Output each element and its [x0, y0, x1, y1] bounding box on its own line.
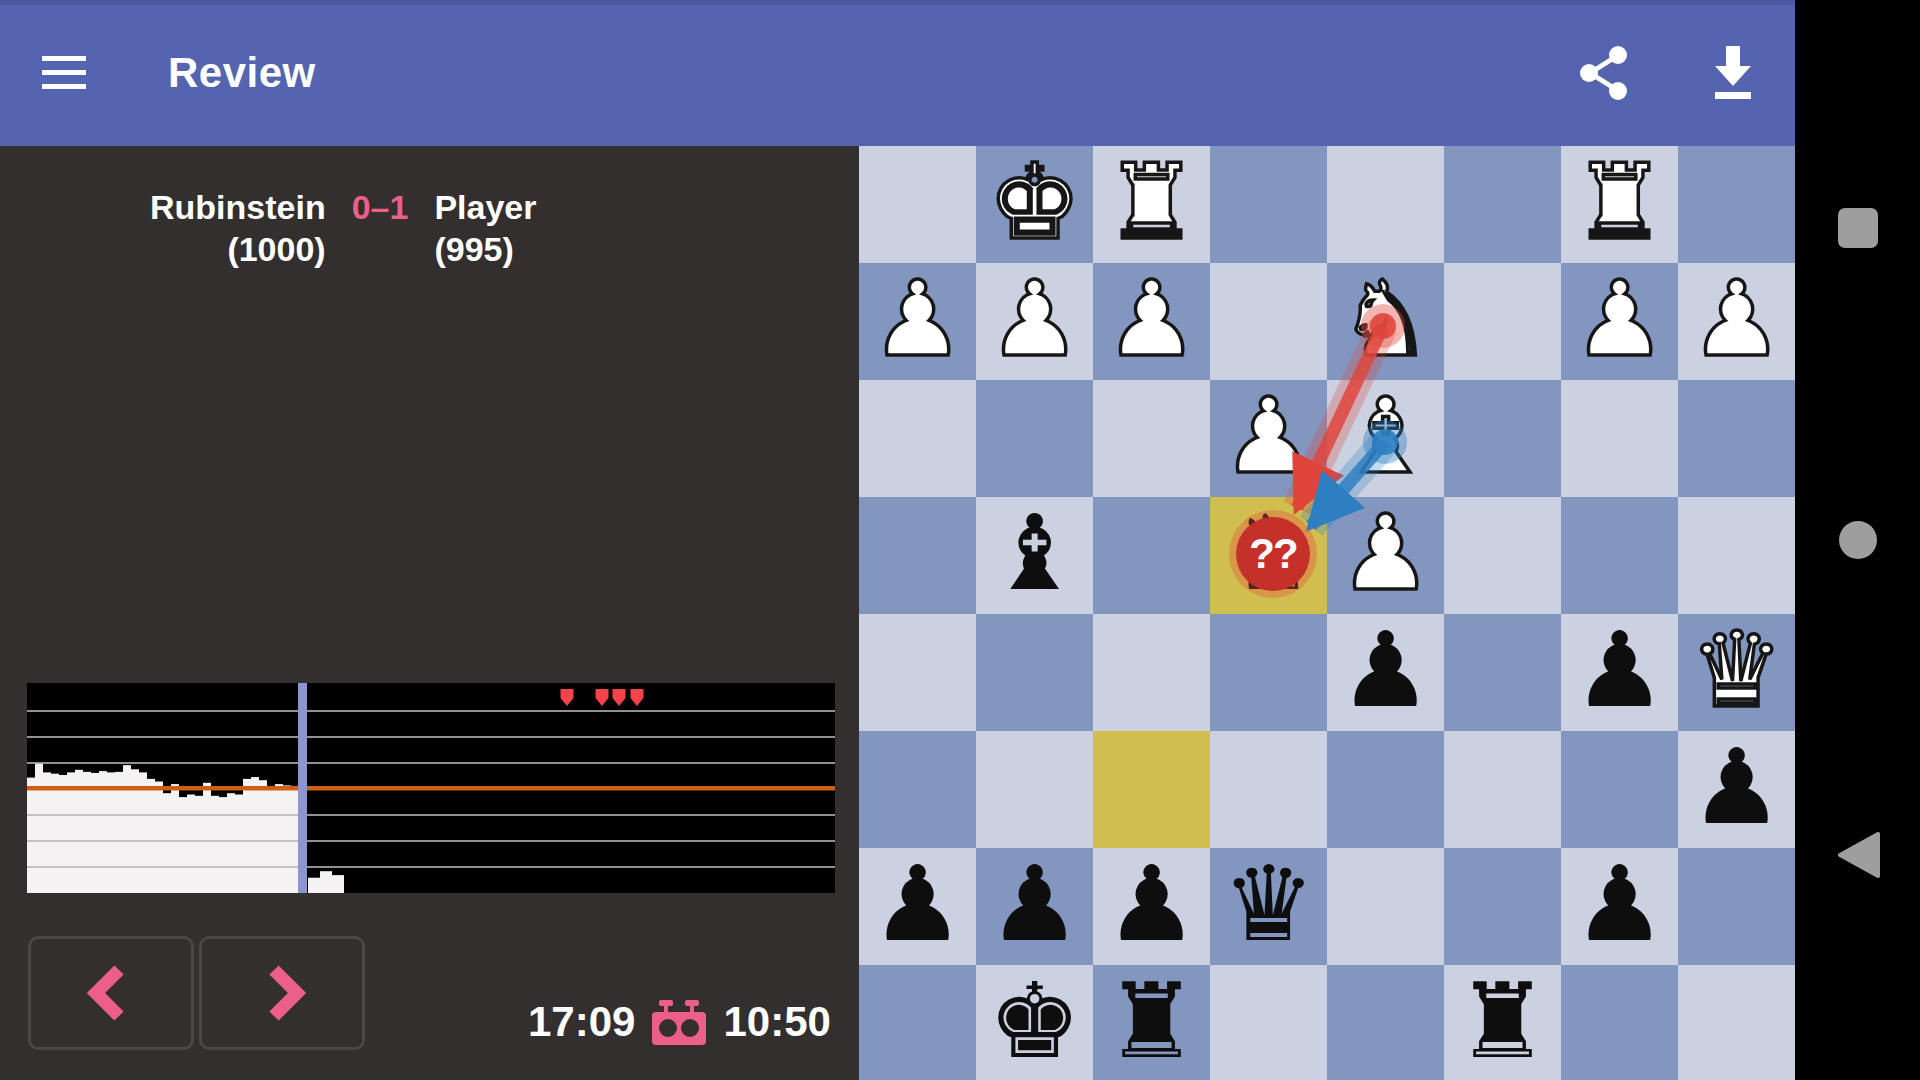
- white-player-name: Rubinstein: [150, 186, 326, 228]
- clocks-row: 17:09 10:50: [528, 998, 831, 1046]
- app-bar: Review: [0, 0, 1795, 146]
- square-c3[interactable]: [1444, 380, 1561, 497]
- piece-black-b-g4[interactable]: ♝: [976, 497, 1093, 614]
- square-f4[interactable]: [1093, 497, 1210, 614]
- black-player-name: Player: [434, 186, 536, 228]
- square-c2[interactable]: [1444, 263, 1561, 380]
- square-f3[interactable]: [1093, 380, 1210, 497]
- evaluation-graph[interactable]: [27, 683, 835, 893]
- piece-white-k-g1[interactable]: ♚: [976, 146, 1093, 263]
- square-h8[interactable]: [859, 965, 976, 1080]
- square-e2[interactable]: [1210, 263, 1327, 380]
- black-player: Player (995): [434, 186, 536, 270]
- piece-white-p-f2[interactable]: ♟: [1093, 263, 1210, 380]
- piece-black-p-b7[interactable]: ♟: [1561, 848, 1678, 965]
- square-a7[interactable]: [1678, 848, 1795, 965]
- square-d6[interactable]: [1327, 731, 1444, 848]
- piece-white-b-d3[interactable]: ♝: [1327, 380, 1444, 497]
- page-title: Review: [168, 0, 316, 146]
- piece-black-p-a6[interactable]: ♟: [1678, 731, 1795, 848]
- piece-white-p-g2[interactable]: ♟: [976, 263, 1093, 380]
- square-a3[interactable]: [1678, 380, 1795, 497]
- piece-white-p-e3[interactable]: ♟: [1210, 380, 1327, 497]
- piece-black-p-g7[interactable]: ♟: [976, 848, 1093, 965]
- square-e5[interactable]: [1210, 614, 1327, 731]
- piece-black-p-f7[interactable]: ♟: [1093, 848, 1210, 965]
- piece-black-q-e7[interactable]: ♛: [1210, 848, 1327, 965]
- square-c4[interactable]: [1444, 497, 1561, 614]
- piece-white-p-h2[interactable]: ♟: [859, 263, 976, 380]
- piece-black-k-g8[interactable]: ♚: [976, 965, 1093, 1080]
- game-result: 0–1: [352, 186, 409, 270]
- square-g5[interactable]: [976, 614, 1093, 731]
- square-a8[interactable]: [1678, 965, 1795, 1080]
- white-clock: 17:09: [528, 998, 635, 1046]
- screen: Review Rubinstein (1000) 0–1 Player (995…: [0, 0, 1920, 1080]
- white-player-rating: (1000): [150, 228, 326, 270]
- square-d1[interactable]: [1327, 146, 1444, 263]
- square-b6[interactable]: [1561, 731, 1678, 848]
- square-d8[interactable]: [1327, 965, 1444, 1080]
- square-f6[interactable]: [1093, 731, 1210, 848]
- square-g3[interactable]: [976, 380, 1093, 497]
- square-h4[interactable]: [859, 497, 976, 614]
- square-c1[interactable]: [1444, 146, 1561, 263]
- review-panel: Rubinstein (1000) 0–1 Player (995) 17:09: [0, 146, 859, 1080]
- menu-icon[interactable]: [42, 56, 86, 90]
- share-icon[interactable]: [1575, 44, 1631, 100]
- blunder-badge: ??: [1236, 517, 1310, 591]
- download-icon[interactable]: [1705, 44, 1761, 100]
- square-c7[interactable]: [1444, 848, 1561, 965]
- square-g6[interactable]: [976, 731, 1093, 848]
- android-home-button[interactable]: [1795, 521, 1920, 559]
- piece-white-r-b1[interactable]: ♜: [1561, 146, 1678, 263]
- previous-move-button[interactable]: [28, 936, 194, 1050]
- piece-black-r-c8[interactable]: ♜: [1444, 965, 1561, 1080]
- chess-clock-icon: [652, 998, 706, 1046]
- square-a4[interactable]: [1678, 497, 1795, 614]
- recents-square-icon: [1838, 208, 1878, 248]
- next-move-button[interactable]: [199, 936, 365, 1050]
- piece-black-p-h7[interactable]: ♟: [859, 848, 976, 965]
- chess-board: ♚♜♜♟♟♟♞♟♟♟♝♟♛♝♞♟♟♟♟♟♟♛♟♚♜♜ ??: [859, 146, 1795, 1080]
- piece-white-p-a2[interactable]: ♟: [1678, 263, 1795, 380]
- square-a1[interactable]: [1678, 146, 1795, 263]
- piece-black-p-b5[interactable]: ♟: [1561, 614, 1678, 731]
- players-header: Rubinstein (1000) 0–1 Player (995): [150, 186, 537, 270]
- square-b8[interactable]: [1561, 965, 1678, 1080]
- piece-white-p-b2[interactable]: ♟: [1561, 263, 1678, 380]
- square-c5[interactable]: [1444, 614, 1561, 731]
- square-b3[interactable]: [1561, 380, 1678, 497]
- square-h5[interactable]: [859, 614, 976, 731]
- chevron-right-icon: [250, 961, 314, 1025]
- android-nav-bar: [1795, 0, 1920, 1080]
- black-clock: 10:50: [723, 998, 830, 1046]
- android-back-button[interactable]: [1795, 832, 1920, 878]
- piece-white-n-d2[interactable]: ♞: [1327, 263, 1444, 380]
- black-player-rating: (995): [434, 228, 536, 270]
- piece-white-q-a5[interactable]: ♛: [1678, 614, 1795, 731]
- square-b4[interactable]: [1561, 497, 1678, 614]
- square-e8[interactable]: [1210, 965, 1327, 1080]
- square-f5[interactable]: [1093, 614, 1210, 731]
- chevron-left-icon: [79, 961, 143, 1025]
- square-e6[interactable]: [1210, 731, 1327, 848]
- square-c6[interactable]: [1444, 731, 1561, 848]
- square-h3[interactable]: [859, 380, 976, 497]
- square-e1[interactable]: [1210, 146, 1327, 263]
- square-d7[interactable]: [1327, 848, 1444, 965]
- back-triangle-icon: [1836, 832, 1880, 878]
- piece-white-p-d4[interactable]: ♟: [1327, 497, 1444, 614]
- white-player: Rubinstein (1000): [150, 186, 326, 270]
- piece-white-r-f1[interactable]: ♜: [1093, 146, 1210, 263]
- home-circle-icon: [1839, 521, 1877, 559]
- android-recents-button[interactable]: [1795, 208, 1920, 248]
- square-h6[interactable]: [859, 731, 976, 848]
- square-h1[interactable]: [859, 146, 976, 263]
- piece-black-p-d5[interactable]: ♟: [1327, 614, 1444, 731]
- piece-black-r-f8[interactable]: ♜: [1093, 965, 1210, 1080]
